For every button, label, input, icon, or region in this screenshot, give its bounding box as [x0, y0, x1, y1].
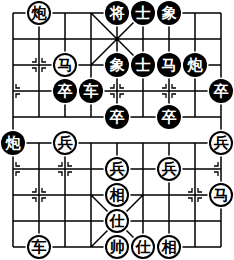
red-elephant[interactable]: 相 — [157, 235, 181, 259]
black-pawn[interactable]: 卒 — [157, 105, 181, 129]
black-elephant[interactable]: 象 — [105, 53, 129, 77]
black-horse[interactable]: 马 — [157, 53, 181, 77]
black-pawn[interactable]: 卒 — [105, 105, 129, 129]
red-pawn[interactable]: 兵 — [157, 157, 181, 181]
red-pawn[interactable]: 兵 — [105, 157, 129, 181]
red-chariot[interactable]: 车 — [27, 235, 51, 259]
red-elephant[interactable]: 相 — [105, 183, 129, 207]
screenshot-root: 炮马兵兵兵兵相马仕车帅仕相将士象象士马炮卒车卒卒卒炮 — [0, 0, 234, 260]
black-pawn[interactable]: 卒 — [209, 79, 233, 103]
black-chariot[interactable]: 车 — [79, 79, 103, 103]
red-cannon[interactable]: 炮 — [27, 1, 51, 25]
black-general[interactable]: 将 — [105, 1, 129, 25]
red-pawn[interactable]: 兵 — [53, 131, 77, 155]
xiangqi-board[interactable]: 炮马兵兵兵兵相马仕车帅仕相将士象象士马炮卒车卒卒卒炮 — [0, 0, 234, 260]
black-advisor[interactable]: 士 — [131, 1, 155, 25]
black-elephant[interactable]: 象 — [157, 1, 181, 25]
red-advisor[interactable]: 仕 — [105, 209, 129, 233]
red-advisor[interactable]: 仕 — [131, 235, 155, 259]
red-pawn[interactable]: 兵 — [209, 131, 233, 155]
black-pawn[interactable]: 卒 — [53, 79, 77, 103]
red-horse[interactable]: 马 — [209, 183, 233, 207]
black-cannon[interactable]: 炮 — [183, 53, 207, 77]
red-horse[interactable]: 马 — [53, 53, 77, 77]
black-advisor[interactable]: 士 — [131, 53, 155, 77]
black-cannon[interactable]: 炮 — [1, 131, 25, 155]
red-general[interactable]: 帅 — [105, 235, 129, 259]
